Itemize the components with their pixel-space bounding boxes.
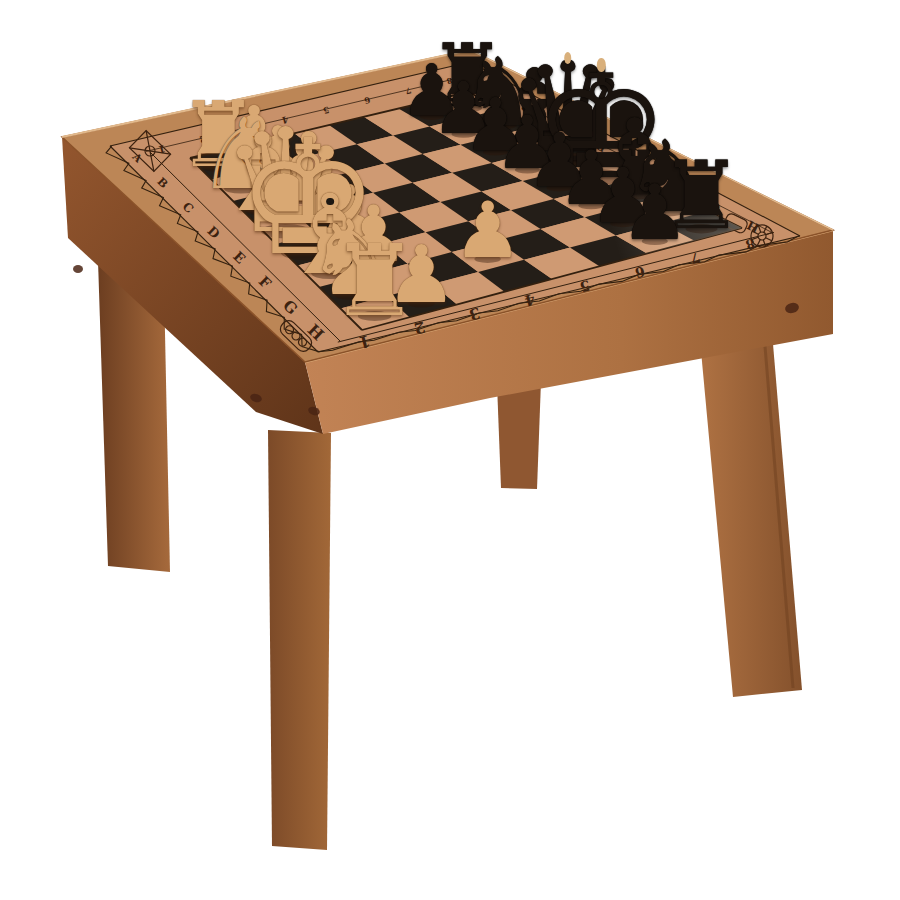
piece-contact-shadow bbox=[289, 197, 314, 204]
piece-contact-shadow bbox=[517, 137, 552, 147]
piece-contact-shadow bbox=[261, 224, 310, 238]
piece-contact-shadow bbox=[453, 103, 483, 112]
piece-contact-shadow bbox=[358, 311, 392, 321]
table-structure: AABBCCDDEEFFGGHH1122334455667788 bbox=[0, 0, 900, 900]
piece-contact-shadow bbox=[242, 155, 267, 162]
piece-contact-shadow bbox=[610, 220, 636, 228]
piece-contact-shadow bbox=[617, 189, 653, 200]
piece-contact-shadow bbox=[224, 184, 257, 194]
piece-contact-shadow bbox=[311, 268, 349, 279]
piece-contact-shadow bbox=[313, 217, 339, 225]
table-leg-far bbox=[497, 381, 541, 489]
piece-contact-shadow bbox=[420, 113, 444, 120]
table-leg-near bbox=[268, 430, 331, 850]
piece-contact-shadow bbox=[483, 148, 508, 155]
piece-contact-shadow bbox=[265, 176, 290, 183]
piece-contact-shadow bbox=[515, 166, 540, 173]
table-leg-right bbox=[700, 332, 802, 697]
piece-contact-shadow bbox=[335, 290, 370, 300]
piece-contact-shadow bbox=[547, 184, 572, 191]
piece-contact-shadow bbox=[485, 120, 517, 129]
piece-contact-shadow bbox=[642, 237, 668, 245]
piece-contact-shadow bbox=[544, 153, 591, 167]
piece-contact-shadow bbox=[281, 244, 335, 260]
piece-contact-shadow bbox=[245, 205, 281, 216]
piece-contact-shadow bbox=[474, 255, 500, 263]
chess-table-photo: AABBCCDDEEFFGGHH1122334455667788 ♜♞♝♛♚♝♞… bbox=[0, 0, 900, 900]
piece-contact-shadow bbox=[575, 169, 627, 184]
piece-contact-shadow bbox=[452, 131, 476, 138]
piece-contact-shadow bbox=[360, 258, 386, 266]
piece-contact-shadow bbox=[578, 202, 604, 210]
piece-contact-shadow bbox=[203, 163, 234, 172]
piece-contact-shadow bbox=[337, 238, 363, 246]
piece-contact-shadow bbox=[651, 207, 685, 217]
piece-contact-shadow bbox=[408, 300, 435, 308]
dowel-plug bbox=[73, 265, 83, 273]
piece-contact-shadow bbox=[686, 224, 718, 233]
